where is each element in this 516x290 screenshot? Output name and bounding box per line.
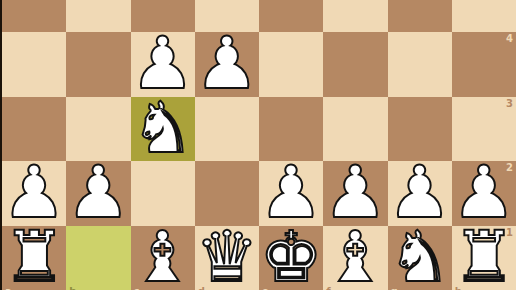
white-bishop[interactable]: ♝ <box>131 225 194 290</box>
square-h5[interactable] <box>452 0 516 32</box>
white-pawn[interactable]: ♟ <box>195 31 260 96</box>
white-knight[interactable]: ♞ <box>388 225 451 290</box>
square-g1[interactable]: ♞g <box>388 226 452 290</box>
square-e5[interactable] <box>259 0 323 32</box>
square-c3[interactable]: ♞ <box>131 97 195 162</box>
rank-label-4: 4 <box>506 34 513 44</box>
square-b2[interactable]: ♟ <box>66 161 130 226</box>
square-f1[interactable]: ♝f <box>323 226 387 290</box>
square-b1[interactable]: b <box>66 226 130 290</box>
square-f4[interactable] <box>323 32 387 97</box>
chess-board[interactable]: ♟♟4♞3♟♟♟♟♟♟2♜ab♝c♛d♚e♝f♞g♜1h <box>2 0 516 290</box>
square-a1[interactable]: ♜a <box>2 226 66 290</box>
square-g4[interactable] <box>388 32 452 97</box>
square-f5[interactable] <box>323 0 387 32</box>
square-d4[interactable]: ♟ <box>195 32 259 97</box>
square-e4[interactable] <box>259 32 323 97</box>
square-e1[interactable]: ♚e <box>259 226 323 290</box>
square-g5[interactable] <box>388 0 452 32</box>
white-king[interactable]: ♚ <box>260 225 323 290</box>
white-bishop[interactable]: ♝ <box>324 225 387 290</box>
square-h1[interactable]: ♜1h <box>452 226 516 290</box>
square-b5[interactable] <box>66 0 130 32</box>
rank-label-2: 2 <box>506 163 513 173</box>
square-h4[interactable]: 4 <box>452 32 516 97</box>
rank-label-3: 3 <box>506 99 513 109</box>
square-d3[interactable] <box>195 97 259 162</box>
rank-label-1: 1 <box>506 228 513 238</box>
square-d1[interactable]: ♛d <box>195 226 259 290</box>
white-queen[interactable]: ♛ <box>195 225 258 290</box>
square-c1[interactable]: ♝c <box>131 226 195 290</box>
square-a4[interactable] <box>2 32 66 97</box>
white-rook[interactable]: ♜ <box>3 225 66 290</box>
white-knight[interactable]: ♞ <box>131 96 194 161</box>
square-b4[interactable] <box>66 32 130 97</box>
white-pawn[interactable]: ♟ <box>66 160 131 225</box>
chess-app-screen: ♟♟4♞3♟♟♟♟♟♟2♜ab♝c♛d♚e♝f♞g♜1h <box>0 0 516 290</box>
square-a5[interactable] <box>2 0 66 32</box>
window-edge-strip <box>0 0 2 290</box>
